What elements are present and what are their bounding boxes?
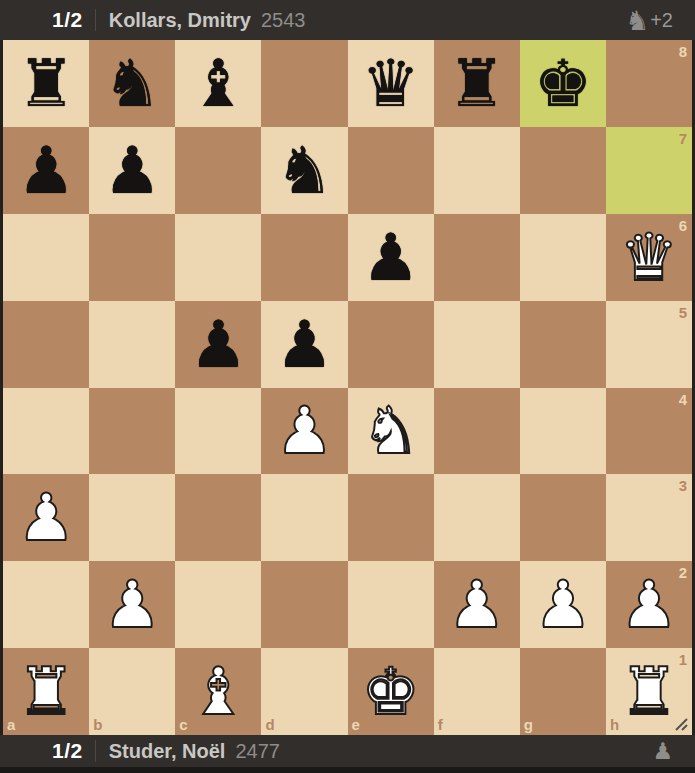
square-f6[interactable] bbox=[434, 214, 520, 301]
rank-label-2: 2 bbox=[679, 565, 687, 580]
resize-handle[interactable] bbox=[670, 713, 690, 733]
piece-white-pawn[interactable]: ♟ bbox=[275, 398, 333, 463]
square-c3[interactable] bbox=[175, 474, 261, 561]
bottom-strip bbox=[0, 767, 695, 773]
square-f5[interactable] bbox=[434, 301, 520, 388]
file-label-g: g bbox=[524, 717, 533, 732]
piece-black-knight[interactable]: ♞ bbox=[275, 138, 333, 203]
piece-white-rook[interactable]: ♜ bbox=[17, 659, 75, 724]
square-c6[interactable] bbox=[175, 214, 261, 301]
square-d1[interactable]: d bbox=[261, 648, 347, 735]
rank-label-6: 6 bbox=[679, 218, 687, 233]
piece-white-bishop[interactable]: ♝ bbox=[189, 659, 247, 724]
material-advantage: +2 bbox=[650, 9, 673, 32]
square-b8[interactable]: ♞ bbox=[89, 40, 175, 127]
file-label-f: f bbox=[438, 717, 443, 732]
piece-black-king[interactable]: ♚ bbox=[534, 51, 592, 116]
separator bbox=[95, 9, 96, 31]
square-g5[interactable] bbox=[520, 301, 606, 388]
square-g8[interactable]: ♚ bbox=[520, 40, 606, 127]
square-b7[interactable]: ♟ bbox=[89, 127, 175, 214]
square-e6[interactable]: ♟ bbox=[348, 214, 434, 301]
top-player-bar: 1/2 Kollars, Dmitry 2543 ♞ +2 bbox=[0, 0, 695, 40]
file-label-e: e bbox=[352, 717, 360, 732]
square-a5[interactable] bbox=[3, 301, 89, 388]
piece-black-pawn[interactable]: ♟ bbox=[361, 225, 419, 290]
square-b4[interactable] bbox=[89, 388, 175, 475]
square-a1[interactable]: a♜ bbox=[3, 648, 89, 735]
piece-white-queen[interactable]: ♛ bbox=[620, 225, 678, 290]
chess-tv-widget: 1/2 Kollars, Dmitry 2543 ♞ +2 ♜♞♝♛♜♚8♟♟♞… bbox=[0, 0, 695, 773]
square-f1[interactable]: f bbox=[434, 648, 520, 735]
square-a4[interactable] bbox=[3, 388, 89, 475]
piece-white-pawn[interactable]: ♟ bbox=[103, 572, 161, 637]
square-a3[interactable]: ♟ bbox=[3, 474, 89, 561]
square-b2[interactable]: ♟ bbox=[89, 561, 175, 648]
piece-black-pawn[interactable]: ♟ bbox=[17, 138, 75, 203]
piece-black-bishop[interactable]: ♝ bbox=[189, 51, 247, 116]
square-e7[interactable] bbox=[348, 127, 434, 214]
square-e3[interactable] bbox=[348, 474, 434, 561]
square-b3[interactable] bbox=[89, 474, 175, 561]
rank-label-8: 8 bbox=[679, 44, 687, 59]
file-label-a: a bbox=[7, 717, 15, 732]
rank-label-4: 4 bbox=[679, 392, 687, 407]
piece-black-pawn[interactable]: ♟ bbox=[189, 312, 247, 377]
square-c8[interactable]: ♝ bbox=[175, 40, 261, 127]
square-c1[interactable]: c♝ bbox=[175, 648, 261, 735]
rank-label-1: 1 bbox=[679, 652, 687, 667]
square-c5[interactable]: ♟ bbox=[175, 301, 261, 388]
square-d8[interactable] bbox=[261, 40, 347, 127]
square-e5[interactable] bbox=[348, 301, 434, 388]
square-f2[interactable]: ♟ bbox=[434, 561, 520, 648]
square-c4[interactable] bbox=[175, 388, 261, 475]
square-c7[interactable] bbox=[175, 127, 261, 214]
piece-black-rook[interactable]: ♜ bbox=[17, 51, 75, 116]
piece-white-knight[interactable]: ♞ bbox=[361, 398, 419, 463]
square-h4[interactable]: 4 bbox=[606, 388, 692, 475]
rank-label-5: 5 bbox=[679, 305, 687, 320]
square-f4[interactable] bbox=[434, 388, 520, 475]
square-g2[interactable]: ♟ bbox=[520, 561, 606, 648]
square-h3[interactable]: 3 bbox=[606, 474, 692, 561]
square-g3[interactable] bbox=[520, 474, 606, 561]
square-g6[interactable] bbox=[520, 214, 606, 301]
piece-white-pawn[interactable]: ♟ bbox=[620, 572, 678, 637]
rank-label-7: 7 bbox=[679, 131, 687, 146]
player-rating-black: 2543 bbox=[261, 9, 306, 32]
knight-icon: ♞ bbox=[625, 7, 649, 34]
resize-handle-icon bbox=[670, 713, 690, 733]
square-a8[interactable]: ♜ bbox=[3, 40, 89, 127]
square-h2[interactable]: 2♟ bbox=[606, 561, 692, 648]
square-h8[interactable]: 8 bbox=[606, 40, 692, 127]
piece-black-knight[interactable]: ♞ bbox=[103, 51, 161, 116]
player-name-white: Studer, Noël bbox=[109, 740, 226, 763]
file-label-b: b bbox=[93, 717, 102, 732]
piece-black-rook[interactable]: ♜ bbox=[448, 51, 506, 116]
square-h6[interactable]: 6♛ bbox=[606, 214, 692, 301]
square-h7[interactable]: 7 bbox=[606, 127, 692, 214]
piece-white-pawn[interactable]: ♟ bbox=[17, 485, 75, 550]
square-d5[interactable]: ♟ bbox=[261, 301, 347, 388]
piece-white-pawn[interactable]: ♟ bbox=[448, 572, 506, 637]
square-f8[interactable]: ♜ bbox=[434, 40, 520, 127]
square-d2[interactable] bbox=[261, 561, 347, 648]
piece-black-pawn[interactable]: ♟ bbox=[103, 138, 161, 203]
square-a7[interactable]: ♟ bbox=[3, 127, 89, 214]
square-e4[interactable]: ♞ bbox=[348, 388, 434, 475]
square-d7[interactable]: ♞ bbox=[261, 127, 347, 214]
square-f3[interactable] bbox=[434, 474, 520, 561]
square-d4[interactable]: ♟ bbox=[261, 388, 347, 475]
player-rating-white: 2477 bbox=[235, 740, 280, 763]
piece-black-pawn[interactable]: ♟ bbox=[275, 312, 333, 377]
piece-black-queen[interactable]: ♛ bbox=[361, 51, 419, 116]
square-e2[interactable] bbox=[348, 561, 434, 648]
game-result-bottom: 1/2 bbox=[52, 739, 83, 763]
pawn-icon: ♟ bbox=[652, 740, 673, 763]
bottom-player-bar: 1/2 Studer, Noël 2477 ♟ bbox=[0, 735, 695, 767]
square-c2[interactable] bbox=[175, 561, 261, 648]
separator bbox=[95, 740, 96, 762]
square-e1[interactable]: e♚ bbox=[348, 648, 434, 735]
piece-white-pawn[interactable]: ♟ bbox=[534, 572, 592, 637]
square-d6[interactable] bbox=[261, 214, 347, 301]
square-a6[interactable] bbox=[3, 214, 89, 301]
file-label-d: d bbox=[265, 717, 274, 732]
square-e8[interactable]: ♛ bbox=[348, 40, 434, 127]
file-label-h: h bbox=[610, 717, 619, 732]
square-b5[interactable] bbox=[89, 301, 175, 388]
square-h5[interactable]: 5 bbox=[606, 301, 692, 388]
square-b1[interactable]: b bbox=[89, 648, 175, 735]
square-g4[interactable] bbox=[520, 388, 606, 475]
game-result-top: 1/2 bbox=[52, 8, 83, 32]
square-a2[interactable] bbox=[3, 561, 89, 648]
chess-board[interactable]: ♜♞♝♛♜♚8♟♟♞7♟6♛♟♟5♟♞4♟3♟♟♟2♟a♜bc♝de♚fg1h♜ bbox=[0, 40, 695, 735]
square-g1[interactable]: g bbox=[520, 648, 606, 735]
piece-white-king[interactable]: ♚ bbox=[361, 659, 419, 724]
rank-label-3: 3 bbox=[679, 478, 687, 493]
file-label-c: c bbox=[179, 717, 187, 732]
square-d3[interactable] bbox=[261, 474, 347, 561]
square-f7[interactable] bbox=[434, 127, 520, 214]
player-name-black: Kollars, Dmitry bbox=[109, 9, 251, 32]
square-g7[interactable] bbox=[520, 127, 606, 214]
square-b6[interactable] bbox=[89, 214, 175, 301]
